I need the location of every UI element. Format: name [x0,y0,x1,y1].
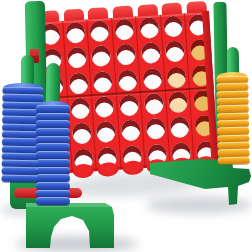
storage-disc [217,105,249,113]
storage-disc [36,151,70,159]
product-photo-connect-four [0,0,252,252]
storage-disc [36,159,70,167]
storage-disc [36,136,70,144]
board-scallop [122,160,144,175]
board-scallop [73,163,95,178]
storage-discs [36,105,70,205]
storage-disc [36,167,70,175]
storage-disc [36,143,70,151]
storage-disc [36,113,70,121]
storage-disc [218,156,250,164]
storage-disc [36,105,70,113]
storage-disc [36,182,70,190]
board-scallop [97,162,119,177]
storage-disc [36,120,70,128]
storage-disc [36,128,70,136]
storage-disc [36,174,70,182]
storage-disc [217,127,249,135]
disc-stack-left-front [36,105,70,205]
storage-disc [218,149,250,157]
storage-disc [36,197,70,205]
storage-disc [36,190,70,198]
storage-discs [216,76,250,165]
storage-disc [2,94,43,102]
storage-disc [216,83,248,91]
disc-stack-right [216,76,250,165]
